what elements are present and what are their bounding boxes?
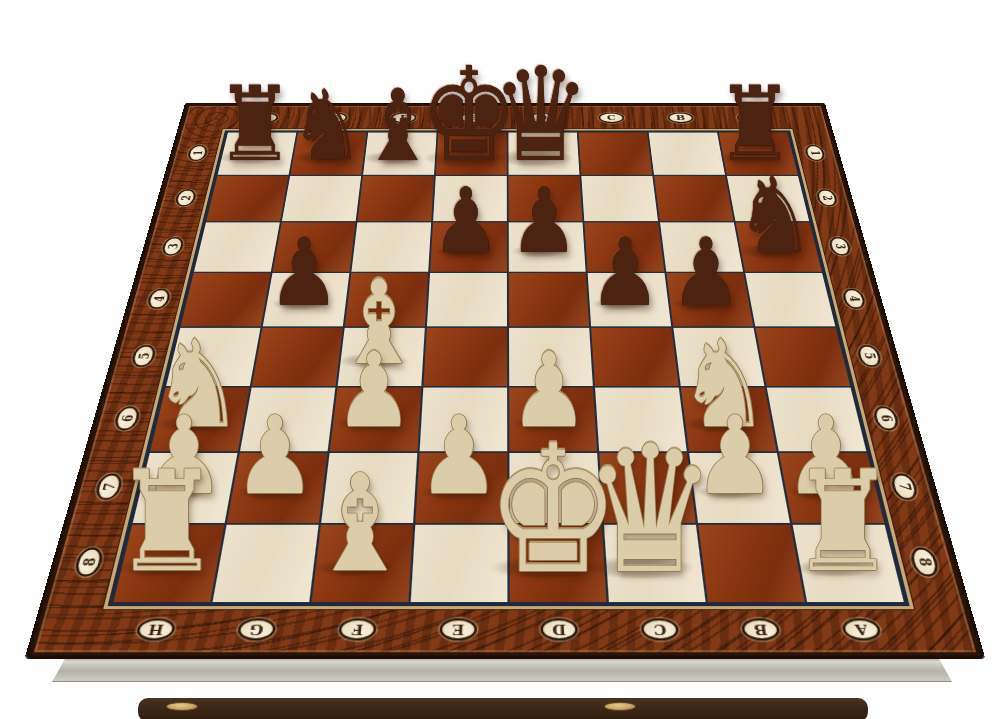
rank-label-left-3: 3 (161, 237, 186, 255)
square-a7 (778, 452, 886, 524)
square-f3 (350, 222, 432, 272)
rank-label-left-7: 7 (94, 474, 125, 500)
square-e2 (432, 175, 508, 222)
square-h8 (112, 524, 226, 603)
square-e6 (418, 387, 508, 452)
square-c6 (594, 387, 688, 452)
square-g8 (211, 524, 320, 603)
file-label-bottom-e: E (439, 618, 477, 640)
file-label-bottom-a: A (841, 618, 883, 640)
rank-label-right-4: 4 (841, 289, 867, 309)
file-label-top-e: E (460, 113, 486, 123)
square-c8 (603, 524, 707, 603)
square-d8 (508, 524, 607, 603)
box-front-edge (52, 656, 952, 682)
square-g7 (226, 452, 329, 524)
file-label-bottom-g: G (236, 618, 276, 640)
square-a3 (735, 222, 823, 272)
box-bottom-strip (138, 698, 868, 719)
square-f2 (356, 175, 434, 222)
square-g1 (289, 132, 367, 175)
file-label-top-a: A (736, 113, 764, 123)
rank-label-left-5: 5 (130, 345, 157, 367)
square-f8 (310, 524, 414, 603)
file-label-top-h: H (251, 113, 279, 123)
square-f4 (344, 272, 429, 327)
rank-label-right-7: 7 (889, 474, 920, 500)
rank-label-left-2: 2 (174, 189, 198, 206)
square-b5 (672, 327, 765, 387)
file-label-top-d: D (529, 113, 555, 123)
square-c2 (580, 175, 659, 222)
square-e7 (414, 452, 508, 524)
square-c5 (590, 327, 680, 387)
rank-label-right-3: 3 (828, 237, 853, 255)
file-label-bottom-c: C (641, 618, 680, 640)
square-b3 (659, 222, 744, 272)
square-c3 (583, 222, 665, 272)
square-h6 (149, 387, 251, 452)
square-e4 (426, 272, 508, 327)
file-label-bottom-f: F (338, 618, 377, 640)
hinge-icon (604, 702, 636, 711)
square-h7 (131, 452, 238, 524)
square-e1 (435, 132, 508, 175)
square-c7 (598, 452, 697, 524)
square-b6 (680, 387, 778, 452)
square-b1 (648, 132, 726, 175)
square-d5 (508, 327, 594, 387)
square-b4 (665, 272, 754, 327)
square-d3 (508, 222, 587, 272)
square-h2 (205, 175, 289, 222)
rank-label-left-1: 1 (186, 145, 208, 161)
square-e5 (422, 327, 508, 387)
square-h4 (179, 272, 271, 327)
board-grid (108, 131, 910, 607)
rank-label-left-6: 6 (113, 406, 142, 430)
square-g6 (239, 387, 337, 452)
square-a5 (754, 327, 851, 387)
rank-label-right-5: 5 (856, 345, 883, 367)
photo-scene: HGFEDCBAHGFEDCBA1234567812345678 ♜♞♝♚♛♜♞… (0, 0, 1000, 719)
square-f7 (320, 452, 419, 524)
square-h1 (217, 132, 298, 175)
square-e3 (429, 222, 508, 272)
square-g5 (251, 327, 344, 387)
file-label-top-c: C (598, 113, 624, 123)
square-a8 (791, 524, 905, 603)
rank-label-right-6: 6 (872, 406, 901, 430)
square-f6 (329, 387, 423, 452)
square-f1 (362, 132, 437, 175)
rank-label-left-8: 8 (73, 548, 105, 577)
square-d2 (508, 175, 584, 222)
square-c4 (587, 272, 673, 327)
square-d6 (508, 387, 598, 452)
file-label-top-b: B (667, 113, 694, 123)
square-h3 (193, 222, 281, 272)
square-d4 (508, 272, 590, 327)
chess-board: HGFEDCBAHGFEDCBA1234567812345678 (25, 103, 986, 659)
file-label-top-g: G (321, 113, 348, 123)
file-label-bottom-h: H (135, 618, 177, 640)
file-label-bottom-b: B (741, 618, 781, 640)
square-d7 (508, 452, 602, 524)
square-g4 (262, 272, 351, 327)
square-a4 (744, 272, 836, 327)
hinge-icon (166, 702, 198, 711)
square-b7 (688, 452, 791, 524)
rank-label-right-1: 1 (804, 145, 827, 161)
square-e8 (409, 524, 508, 603)
square-a2 (726, 175, 810, 222)
square-g3 (272, 222, 357, 272)
square-h5 (165, 327, 262, 387)
file-label-bottom-d: D (540, 618, 578, 640)
square-c1 (578, 132, 654, 175)
square-b8 (697, 524, 806, 603)
square-d1 (508, 132, 581, 175)
square-f5 (337, 327, 426, 387)
rank-label-left-4: 4 (146, 289, 172, 309)
square-b2 (653, 175, 734, 222)
square-a1 (718, 132, 799, 175)
rank-label-right-2: 2 (815, 189, 839, 206)
square-a6 (766, 387, 868, 452)
rank-label-right-8: 8 (908, 548, 940, 577)
file-label-top-f: F (391, 113, 417, 123)
square-g2 (281, 175, 362, 222)
